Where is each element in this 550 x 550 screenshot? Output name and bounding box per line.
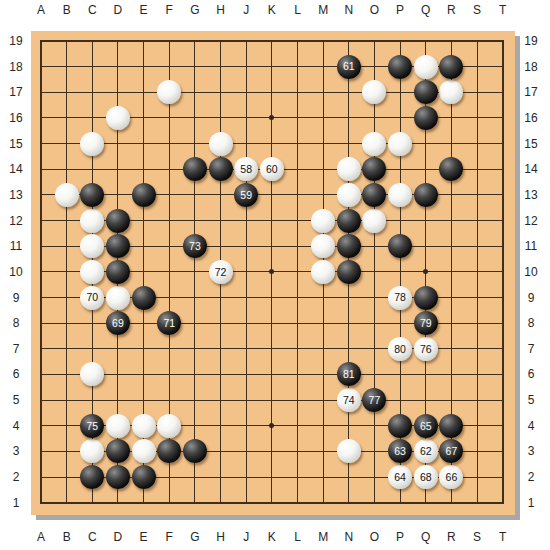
row-label-left-2: 2 xyxy=(13,470,20,484)
stone-black-G11: 73 xyxy=(183,234,207,258)
move-number-label: 76 xyxy=(420,344,432,355)
row-label-right-2: 2 xyxy=(528,470,535,484)
row-label-left-16: 16 xyxy=(9,111,22,125)
row-label-right-3: 3 xyxy=(528,444,535,458)
col-label-top-B: B xyxy=(63,3,71,17)
col-label-bottom-D: D xyxy=(114,530,123,544)
move-number-label: 65 xyxy=(420,421,432,432)
stone-white-O15 xyxy=(362,132,386,156)
row-label-left-11: 11 xyxy=(10,239,22,253)
row-label-left-15: 15 xyxy=(9,137,22,151)
stone-white-N14 xyxy=(337,157,361,181)
move-number-label: 60 xyxy=(266,164,278,175)
row-label-right-15: 15 xyxy=(524,137,537,151)
stone-black-N11 xyxy=(337,234,361,258)
col-label-bottom-E: E xyxy=(140,530,148,544)
row-label-left-17: 17 xyxy=(9,85,22,99)
col-label-top-A: A xyxy=(37,3,45,17)
stone-white-M12 xyxy=(311,209,335,233)
stone-white-P9: 78 xyxy=(388,286,412,310)
stone-white-E3 xyxy=(132,439,156,463)
col-label-top-S: S xyxy=(473,3,481,17)
stone-black-D2 xyxy=(106,465,130,489)
move-number-label: 72 xyxy=(215,267,227,278)
stone-black-Q16 xyxy=(414,106,438,130)
row-label-right-1: 1 xyxy=(528,496,535,510)
row-label-left-8: 8 xyxy=(13,316,20,330)
row-label-right-7: 7 xyxy=(528,342,535,356)
page: 5860727078807674626468666159736971798177… xyxy=(0,0,550,550)
move-number-label: 78 xyxy=(394,292,406,303)
stone-black-N18: 61 xyxy=(337,55,361,79)
row-label-right-12: 12 xyxy=(524,214,537,228)
stone-black-Q17 xyxy=(414,80,438,104)
row-label-right-13: 13 xyxy=(524,188,537,202)
move-number-label: 62 xyxy=(420,446,432,457)
stone-black-Q13 xyxy=(414,183,438,207)
col-label-bottom-B: B xyxy=(63,530,71,544)
move-number-label: 80 xyxy=(394,344,406,355)
col-label-top-C: C xyxy=(88,3,97,17)
col-label-bottom-K: K xyxy=(268,530,276,544)
stone-black-J13: 59 xyxy=(234,183,258,207)
stone-white-D9 xyxy=(106,286,130,310)
stone-white-Q7: 76 xyxy=(414,337,438,361)
col-label-top-L: L xyxy=(294,3,301,17)
col-label-bottom-J: J xyxy=(243,530,249,544)
col-label-top-K: K xyxy=(268,3,276,17)
stone-white-B13 xyxy=(55,183,79,207)
stone-white-P13 xyxy=(388,183,412,207)
stone-black-Q4: 65 xyxy=(414,414,438,438)
row-label-left-14: 14 xyxy=(9,162,22,176)
move-number-label: 64 xyxy=(394,472,406,483)
col-label-bottom-S: S xyxy=(473,530,481,544)
col-label-top-J: J xyxy=(243,3,249,17)
col-label-bottom-M: M xyxy=(318,530,328,544)
row-label-right-16: 16 xyxy=(524,111,537,125)
move-number-label: 59 xyxy=(240,190,252,201)
stone-black-P18 xyxy=(388,55,412,79)
row-label-left-18: 18 xyxy=(9,60,22,74)
row-label-left-6: 6 xyxy=(13,367,20,381)
stone-black-R18 xyxy=(439,55,463,79)
move-number-label: 74 xyxy=(343,395,355,406)
row-label-left-9: 9 xyxy=(13,291,20,305)
move-number-label: 63 xyxy=(394,446,406,457)
move-number-label: 66 xyxy=(446,472,458,483)
row-label-left-4: 4 xyxy=(13,419,20,433)
col-label-top-G: G xyxy=(190,3,199,17)
stone-black-E2 xyxy=(132,465,156,489)
row-label-right-14: 14 xyxy=(524,162,537,176)
move-number-label: 58 xyxy=(240,164,252,175)
col-label-bottom-L: L xyxy=(294,530,301,544)
stone-black-D11 xyxy=(106,234,130,258)
stone-white-F4 xyxy=(157,414,181,438)
stone-white-C15 xyxy=(80,132,104,156)
move-number-label: 70 xyxy=(86,292,98,303)
stone-white-C12 xyxy=(80,209,104,233)
col-label-top-O: O xyxy=(370,3,379,17)
stone-black-R4 xyxy=(439,414,463,438)
stone-black-C4: 75 xyxy=(80,414,104,438)
stone-white-D16 xyxy=(106,106,130,130)
stone-white-H10: 72 xyxy=(209,260,233,284)
col-label-bottom-G: G xyxy=(190,530,199,544)
move-number-label: 61 xyxy=(343,61,355,72)
stone-white-H15 xyxy=(209,132,233,156)
move-number-label: 67 xyxy=(446,446,458,457)
stone-white-N5: 74 xyxy=(337,388,361,412)
stone-black-E9 xyxy=(132,286,156,310)
col-label-bottom-T: T xyxy=(499,530,506,544)
row-label-right-4: 4 xyxy=(528,419,535,433)
row-label-left-10: 10 xyxy=(9,265,22,279)
stone-black-E13 xyxy=(132,183,156,207)
col-label-bottom-F: F xyxy=(166,530,173,544)
move-number-label: 68 xyxy=(420,472,432,483)
row-label-right-10: 10 xyxy=(524,265,537,279)
col-label-bottom-Q: Q xyxy=(421,530,430,544)
stone-black-D8: 69 xyxy=(106,311,130,335)
row-label-left-19: 19 xyxy=(9,34,22,48)
move-number-label: 75 xyxy=(86,421,98,432)
row-label-right-5: 5 xyxy=(528,393,535,407)
row-label-left-12: 12 xyxy=(9,214,22,228)
move-number-label: 69 xyxy=(112,318,124,329)
stone-white-Q3: 62 xyxy=(414,439,438,463)
stone-white-P15 xyxy=(388,132,412,156)
stone-white-E4 xyxy=(132,414,156,438)
stone-white-Q18 xyxy=(414,55,438,79)
stone-white-C9: 70 xyxy=(80,286,104,310)
col-label-top-P: P xyxy=(396,3,404,17)
stone-white-O12 xyxy=(362,209,386,233)
row-label-right-6: 6 xyxy=(528,367,535,381)
stone-black-Q9 xyxy=(414,286,438,310)
col-label-top-M: M xyxy=(318,3,328,17)
row-label-right-9: 9 xyxy=(528,291,535,305)
stone-white-Q2: 68 xyxy=(414,465,438,489)
col-label-top-H: H xyxy=(216,3,225,17)
move-number-label: 73 xyxy=(189,241,201,252)
stone-white-C10 xyxy=(80,260,104,284)
move-number-label: 79 xyxy=(420,318,432,329)
move-number-label: 71 xyxy=(163,318,175,329)
row-label-left-13: 13 xyxy=(9,188,22,202)
col-label-bottom-O: O xyxy=(370,530,379,544)
move-number-label: 77 xyxy=(369,395,381,406)
row-label-left-1: 1 xyxy=(13,496,20,510)
stone-black-N10 xyxy=(337,260,361,284)
stone-white-D4 xyxy=(106,414,130,438)
row-label-right-17: 17 xyxy=(524,85,537,99)
col-label-top-R: R xyxy=(447,3,456,17)
col-label-bottom-C: C xyxy=(88,530,97,544)
col-label-top-T: T xyxy=(499,3,506,17)
stone-black-D10 xyxy=(106,260,130,284)
stone-black-P4 xyxy=(388,414,412,438)
row-label-right-8: 8 xyxy=(528,316,535,330)
row-label-left-5: 5 xyxy=(13,393,20,407)
stone-black-D12 xyxy=(106,209,130,233)
go-board: 5860727078807674626468666159736971798177… xyxy=(31,31,515,515)
col-label-top-N: N xyxy=(344,3,353,17)
stone-black-H14 xyxy=(209,157,233,181)
stone-white-P7: 80 xyxy=(388,337,412,361)
col-label-bottom-N: N xyxy=(344,530,353,544)
stone-white-N13 xyxy=(337,183,361,207)
row-label-left-3: 3 xyxy=(13,444,20,458)
move-number-label: 81 xyxy=(343,369,355,380)
col-label-bottom-P: P xyxy=(396,530,404,544)
col-label-bottom-R: R xyxy=(447,530,456,544)
col-label-top-E: E xyxy=(140,3,148,17)
row-label-right-19: 19 xyxy=(524,34,537,48)
stone-white-P2: 64 xyxy=(388,465,412,489)
col-label-bottom-A: A xyxy=(37,530,45,544)
stone-black-G14 xyxy=(183,157,207,181)
stone-black-Q8: 79 xyxy=(414,311,438,335)
row-label-right-11: 11 xyxy=(525,239,537,253)
row-label-left-7: 7 xyxy=(13,342,20,356)
row-label-right-18: 18 xyxy=(524,60,537,74)
col-label-top-F: F xyxy=(166,3,173,17)
col-label-top-D: D xyxy=(114,3,123,17)
stone-white-K14: 60 xyxy=(260,157,284,181)
stone-black-N12 xyxy=(337,209,361,233)
stone-white-M10 xyxy=(311,260,335,284)
col-label-top-Q: Q xyxy=(421,3,430,17)
col-label-bottom-H: H xyxy=(216,530,225,544)
